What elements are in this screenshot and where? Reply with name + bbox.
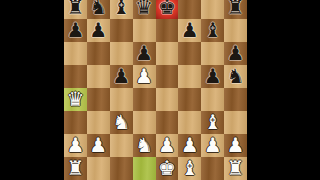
piece-white-knight: ♞ (135, 135, 153, 155)
square-e1[interactable]: ♚ (156, 157, 179, 180)
square-a7[interactable]: ♟ (64, 19, 87, 42)
square-f1[interactable]: ♝ (178, 157, 201, 180)
piece-white-rook: ♜ (227, 158, 245, 178)
square-b3[interactable] (87, 111, 110, 134)
square-b4[interactable] (87, 88, 110, 111)
piece-white-pawn: ♟ (181, 135, 199, 155)
square-e6[interactable] (156, 42, 179, 65)
square-d8[interactable]: ♛ (133, 0, 156, 19)
square-e4[interactable] (156, 88, 179, 111)
square-g5[interactable]: ♟ (201, 65, 224, 88)
piece-black-knight: ♞ (89, 0, 107, 17)
square-h3[interactable] (224, 111, 247, 134)
square-c1[interactable] (110, 157, 133, 180)
square-a8[interactable]: ♜ (64, 0, 87, 19)
square-g7[interactable]: ♝ (201, 19, 224, 42)
square-e3[interactable] (156, 111, 179, 134)
square-h7[interactable] (224, 19, 247, 42)
piece-white-pawn: ♟ (135, 66, 153, 86)
square-e8[interactable]: ♚ (156, 0, 179, 19)
piece-black-pawn: ♟ (181, 20, 199, 40)
square-f8[interactable] (178, 0, 201, 19)
square-g3[interactable]: ♝ (201, 111, 224, 134)
square-g8[interactable] (201, 0, 224, 19)
square-g1[interactable] (201, 157, 224, 180)
square-h5[interactable]: ♞ (224, 65, 247, 88)
piece-black-bishop: ♝ (204, 20, 222, 40)
square-e5[interactable] (156, 65, 179, 88)
square-h8[interactable]: ♜ (224, 0, 247, 19)
piece-white-pawn: ♟ (158, 135, 176, 155)
square-b2[interactable]: ♟ (87, 134, 110, 157)
square-c3[interactable]: ♞ (110, 111, 133, 134)
square-h4[interactable] (224, 88, 247, 111)
piece-black-knight: ♞ (227, 66, 245, 86)
square-d4[interactable] (133, 88, 156, 111)
square-c8[interactable]: ♝ (110, 0, 133, 19)
square-a3[interactable] (64, 111, 87, 134)
piece-white-rook: ♜ (66, 158, 84, 178)
square-d6[interactable]: ♟ (133, 42, 156, 65)
square-g6[interactable] (201, 42, 224, 65)
square-a2[interactable]: ♟ (64, 134, 87, 157)
square-h6[interactable]: ♟ (224, 42, 247, 65)
square-f2[interactable]: ♟ (178, 134, 201, 157)
square-c5[interactable]: ♟ (110, 65, 133, 88)
piece-black-pawn: ♟ (135, 43, 153, 63)
square-g4[interactable] (201, 88, 224, 111)
piece-white-king: ♚ (158, 158, 176, 178)
piece-black-bishop: ♝ (112, 0, 130, 17)
piece-black-pawn: ♟ (89, 20, 107, 40)
square-e7[interactable] (156, 19, 179, 42)
piece-black-pawn: ♟ (112, 66, 130, 86)
square-a6[interactable] (64, 42, 87, 65)
piece-white-pawn: ♟ (66, 135, 84, 155)
piece-black-rook: ♜ (227, 0, 245, 17)
piece-white-bishop: ♝ (181, 158, 199, 178)
square-d1[interactable] (133, 157, 156, 180)
piece-white-pawn: ♟ (89, 135, 107, 155)
piece-black-pawn: ♟ (227, 43, 245, 63)
square-b7[interactable]: ♟ (87, 19, 110, 42)
piece-white-pawn: ♟ (227, 135, 245, 155)
square-a4[interactable]: ♛ (64, 88, 87, 111)
square-g2[interactable]: ♟ (201, 134, 224, 157)
square-b5[interactable] (87, 65, 110, 88)
square-f7[interactable]: ♟ (178, 19, 201, 42)
square-b6[interactable] (87, 42, 110, 65)
square-f4[interactable] (178, 88, 201, 111)
square-c6[interactable] (110, 42, 133, 65)
square-f5[interactable] (178, 65, 201, 88)
square-b8[interactable]: ♞ (87, 0, 110, 19)
piece-white-bishop: ♝ (204, 112, 222, 132)
square-h2[interactable]: ♟ (224, 134, 247, 157)
square-c4[interactable] (110, 88, 133, 111)
square-h1[interactable]: ♜ (224, 157, 247, 180)
square-a1[interactable]: ♜ (64, 157, 87, 180)
square-d5[interactable]: ♟ (133, 65, 156, 88)
square-e2[interactable]: ♟ (156, 134, 179, 157)
piece-black-queen: ♛ (135, 0, 153, 17)
square-d7[interactable] (133, 19, 156, 42)
piece-white-knight: ♞ (112, 112, 130, 132)
piece-black-rook: ♜ (66, 0, 84, 17)
video-frame: ♜♞♝♛♚♜♟♟♟♝♟♟♟♟♟♞♛♞♝♟♟♞♟♟♟♟♜♚♝♜ (0, 0, 320, 180)
piece-white-queen: ♛ (66, 89, 84, 109)
square-c2[interactable] (110, 134, 133, 157)
square-d3[interactable] (133, 111, 156, 134)
square-f6[interactable] (178, 42, 201, 65)
piece-black-king: ♚ (158, 0, 176, 17)
square-b1[interactable] (87, 157, 110, 180)
piece-black-pawn: ♟ (66, 20, 84, 40)
chess-board: ♜♞♝♛♚♜♟♟♟♝♟♟♟♟♟♞♛♞♝♟♟♞♟♟♟♟♜♚♝♜ (64, 0, 247, 180)
square-d2[interactable]: ♞ (133, 134, 156, 157)
piece-white-pawn: ♟ (204, 135, 222, 155)
square-f3[interactable] (178, 111, 201, 134)
square-c7[interactable] (110, 19, 133, 42)
square-a5[interactable] (64, 65, 87, 88)
piece-black-pawn: ♟ (204, 66, 222, 86)
